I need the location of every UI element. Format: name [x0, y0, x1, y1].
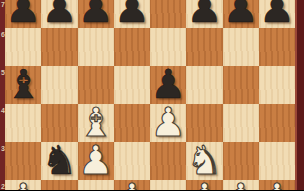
board-crop-viewport: ♟♟♟♟♟♟♟♝♟♝♟♞♟♞♟♟♟♟♟ 765432 [0, 0, 304, 190]
square-h7[interactable]: ♟ [259, 0, 295, 28]
rank-label-3: 3 [1, 145, 5, 152]
rank-label-4: 4 [1, 107, 5, 114]
square-h5[interactable] [259, 66, 295, 104]
square-f7[interactable]: ♟ [186, 0, 222, 28]
square-f2[interactable]: ♟ [186, 180, 222, 190]
piece-white-pawn-c3[interactable]: ♟ [78, 141, 114, 182]
square-b2[interactable] [41, 180, 77, 190]
square-d6[interactable] [114, 28, 150, 66]
square-d4[interactable] [114, 104, 150, 142]
square-d2[interactable]: ♟ [114, 180, 150, 190]
square-e2[interactable] [150, 180, 186, 190]
square-a2[interactable]: ♟ [5, 180, 41, 190]
square-c6[interactable] [78, 28, 114, 66]
square-a5[interactable]: ♝ [5, 66, 41, 104]
square-g4[interactable] [223, 104, 259, 142]
piece-white-pawn-a2[interactable]: ♟ [5, 179, 41, 191]
square-h6[interactable] [259, 28, 295, 66]
square-h2[interactable]: ♟ [259, 180, 295, 190]
square-b3[interactable]: ♞ [41, 142, 77, 180]
square-e3[interactable] [150, 142, 186, 180]
square-h4[interactable] [259, 104, 295, 142]
rank-label-6: 6 [1, 31, 5, 38]
piece-black-bishop-a5[interactable]: ♝ [5, 65, 41, 106]
piece-black-pawn-f7[interactable]: ♟ [186, 0, 222, 30]
square-b6[interactable] [41, 28, 77, 66]
square-c2[interactable] [78, 180, 114, 190]
piece-black-pawn-b7[interactable]: ♟ [41, 0, 77, 30]
piece-black-pawn-d7[interactable]: ♟ [114, 0, 150, 30]
rank-label-2: 2 [1, 183, 5, 190]
square-g6[interactable] [223, 28, 259, 66]
square-e7[interactable] [150, 0, 186, 28]
piece-white-pawn-e4[interactable]: ♟ [150, 103, 186, 144]
rank-label-7: 7 [1, 1, 5, 8]
piece-white-pawn-h2[interactable]: ♟ [259, 179, 295, 191]
square-g5[interactable] [223, 66, 259, 104]
square-c3[interactable]: ♟ [78, 142, 114, 180]
piece-white-pawn-f2[interactable]: ♟ [186, 179, 222, 191]
square-b7[interactable]: ♟ [41, 0, 77, 28]
piece-black-knight-b3[interactable]: ♞ [41, 141, 77, 182]
square-g7[interactable]: ♟ [223, 0, 259, 28]
board-frame-right [295, 0, 304, 190]
piece-black-pawn-g7[interactable]: ♟ [223, 0, 259, 30]
square-f6[interactable] [186, 28, 222, 66]
piece-white-pawn-g2[interactable]: ♟ [223, 179, 259, 191]
board-frame-left [0, 0, 5, 190]
square-f5[interactable] [186, 66, 222, 104]
square-b5[interactable] [41, 66, 77, 104]
square-g2[interactable]: ♟ [223, 180, 259, 190]
square-d7[interactable]: ♟ [114, 0, 150, 28]
piece-white-pawn-d2[interactable]: ♟ [114, 179, 150, 191]
piece-black-pawn-c7[interactable]: ♟ [78, 0, 114, 30]
square-a4[interactable] [5, 104, 41, 142]
chess-board[interactable]: ♟♟♟♟♟♟♟♝♟♝♟♞♟♞♟♟♟♟♟ [5, 0, 295, 190]
square-a7[interactable]: ♟ [5, 0, 41, 28]
piece-black-pawn-h7[interactable]: ♟ [259, 0, 295, 30]
square-d5[interactable] [114, 66, 150, 104]
square-c7[interactable]: ♟ [78, 0, 114, 28]
rank-label-5: 5 [1, 69, 5, 76]
square-e4[interactable]: ♟ [150, 104, 186, 142]
piece-black-pawn-a7[interactable]: ♟ [5, 0, 41, 30]
